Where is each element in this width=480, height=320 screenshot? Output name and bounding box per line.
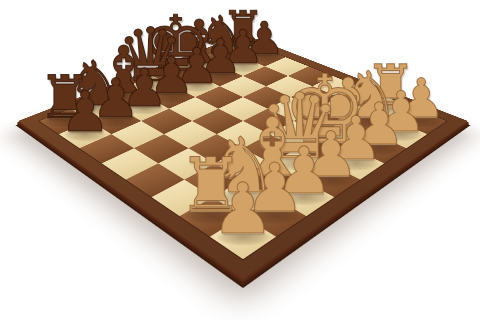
- black-pawn-a7[interactable]: ♟: [60, 84, 110, 140]
- chess-set-photo: ♜♞♝♛♚♝♞♜♟♟♟♟♟♟♟♟♜♞♝♛♚♝♞♜♟♟♟♟♟♟♟♟: [0, 0, 480, 320]
- white-pawn-a1[interactable]: ♟: [212, 174, 275, 244]
